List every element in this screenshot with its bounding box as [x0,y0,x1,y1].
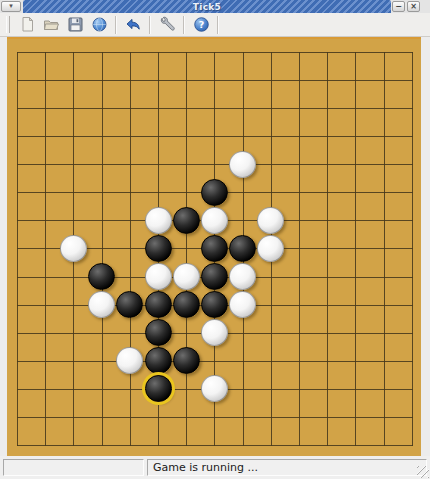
stone-black [145,375,172,402]
close-button[interactable]: × [407,1,420,12]
stone-black [229,235,256,262]
status-panel-left [3,459,144,476]
toolbar: ? [0,13,430,37]
toolbar-separator [217,16,219,34]
stone-black [173,347,200,374]
stone-white [229,263,256,290]
document-icon [19,16,36,33]
stone-white [145,263,172,290]
stone-black [145,319,172,346]
stone-black [145,347,172,374]
settings-button[interactable] [155,14,179,35]
toolbar-separator [115,16,117,34]
window-menu-button[interactable]: ▾ [1,1,21,12]
stone-black [88,263,115,290]
close-icon: × [410,2,417,11]
titlebar[interactable]: ▾ Tick5 − × [0,0,430,13]
grid-line-v [299,52,300,446]
stone-black [201,291,228,318]
stone-black [201,235,228,262]
stone-white [145,207,172,234]
stone-white [88,291,115,318]
undo-button[interactable] [121,14,145,35]
new-button[interactable] [15,14,39,35]
stone-black [201,263,228,290]
window-title: Tick5 [193,2,221,12]
stone-black [145,235,172,262]
open-button[interactable] [39,14,63,35]
grid-line-v [355,52,356,446]
stone-black [173,207,200,234]
stone-black [145,291,172,318]
minimize-button[interactable]: − [392,1,405,12]
status-panel-right: Game is running ... [147,459,427,476]
globe-icon [91,16,108,33]
toolbar-grip[interactable] [6,16,10,33]
minimize-icon: − [395,2,402,11]
app-window: ▾ Tick5 − × [0,0,430,479]
stone-white [201,375,228,402]
toolbar-separator [183,16,185,34]
status-bar: Game is running ... [0,456,430,479]
folder-icon [43,16,60,33]
toolbar-separator [149,16,151,34]
chevron-down-icon: ▾ [9,2,13,10]
stone-white [201,207,228,234]
stone-black [173,291,200,318]
grid-line-h [17,417,413,418]
titlebar-stripes: Tick5 [23,0,391,13]
grid-line-h [17,445,413,446]
stone-black [116,291,143,318]
save-button[interactable] [63,14,87,35]
board-panel[interactable] [7,37,421,456]
titlebar-corner [421,0,430,13]
stone-white [173,263,200,290]
grid-line-v [327,52,328,446]
stone-white [116,347,143,374]
grid-line-h [17,361,413,362]
wrench-icon [159,16,176,33]
stone-black [201,179,228,206]
resize-grip-icon[interactable] [417,466,429,478]
grid-line-v [384,52,385,446]
stone-white [60,235,87,262]
network-button[interactable] [87,14,111,35]
stone-white [229,151,256,178]
help-button[interactable]: ? [189,14,213,35]
stone-white [257,207,284,234]
stone-white [257,235,284,262]
svg-text:?: ? [198,19,204,30]
status-message: Game is running ... [153,461,258,474]
undo-arrow-icon [124,16,142,33]
stone-white [229,291,256,318]
stone-white [201,319,228,346]
grid-line-v [412,52,413,446]
question-icon: ? [193,16,210,33]
floppy-disk-icon [67,16,84,33]
